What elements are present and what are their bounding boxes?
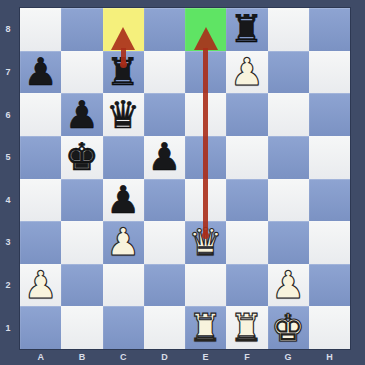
square-c3[interactable]: ♟: [103, 221, 144, 264]
square-f5[interactable]: [226, 136, 267, 179]
square-e2[interactable]: [185, 264, 226, 307]
square-b2[interactable]: [61, 264, 102, 307]
square-e3[interactable]: ♛: [185, 221, 226, 264]
rank-label-3: 3: [0, 221, 16, 264]
white-king-g1[interactable]: ♚: [271, 307, 305, 349]
square-c2[interactable]: [103, 264, 144, 307]
square-a5[interactable]: [20, 136, 61, 179]
file-label-c: C: [103, 350, 144, 364]
square-b5[interactable]: ♚: [61, 136, 102, 179]
square-e8-green-highlight[interactable]: [185, 8, 226, 51]
square-e6[interactable]: [185, 93, 226, 136]
rank-label-1: 1: [0, 306, 16, 349]
file-label-d: D: [144, 350, 185, 364]
black-king-b5[interactable]: ♚: [65, 136, 99, 178]
square-a1[interactable]: [20, 306, 61, 349]
square-b7[interactable]: [61, 51, 102, 94]
square-h2[interactable]: [309, 264, 350, 307]
square-a6[interactable]: [20, 93, 61, 136]
square-g7[interactable]: [268, 51, 309, 94]
square-c6[interactable]: ♛: [103, 93, 144, 136]
square-f1[interactable]: ♜: [226, 306, 267, 349]
square-f3[interactable]: [226, 221, 267, 264]
black-pawn-b6[interactable]: ♟: [65, 94, 99, 136]
file-label-f: F: [226, 350, 267, 364]
black-pawn-c4[interactable]: ♟: [106, 179, 140, 221]
square-f6[interactable]: [226, 93, 267, 136]
square-g1[interactable]: ♚: [268, 306, 309, 349]
file-label-b: B: [61, 350, 102, 364]
black-pawn-a7[interactable]: ♟: [24, 51, 58, 93]
square-a3[interactable]: [20, 221, 61, 264]
square-g5[interactable]: [268, 136, 309, 179]
square-f8[interactable]: ♜: [226, 8, 267, 51]
black-rook-c7[interactable]: ♜: [106, 51, 140, 93]
square-g6[interactable]: [268, 93, 309, 136]
square-d6[interactable]: [144, 93, 185, 136]
white-rook-f1[interactable]: ♜: [230, 307, 264, 349]
white-pawn-g2[interactable]: ♟: [271, 264, 305, 306]
square-d4[interactable]: [144, 179, 185, 222]
square-a2[interactable]: ♟: [20, 264, 61, 307]
square-f4[interactable]: [226, 179, 267, 222]
rank-label-4: 4: [0, 179, 16, 222]
rank-label-8: 8: [0, 8, 16, 51]
black-rook-f8[interactable]: ♜: [230, 8, 264, 50]
square-f2[interactable]: [226, 264, 267, 307]
square-c1[interactable]: [103, 306, 144, 349]
file-label-h: H: [309, 350, 350, 364]
file-label-a: A: [20, 350, 61, 364]
square-g4[interactable]: [268, 179, 309, 222]
square-g3[interactable]: [268, 221, 309, 264]
rank-label-2: 2: [0, 264, 16, 307]
rank-label-7: 7: [0, 51, 16, 94]
square-c5[interactable]: [103, 136, 144, 179]
square-b1[interactable]: [61, 306, 102, 349]
square-h8[interactable]: [309, 8, 350, 51]
square-f7[interactable]: ♟: [226, 51, 267, 94]
white-pawn-f7[interactable]: ♟: [230, 51, 264, 93]
square-h7[interactable]: [309, 51, 350, 94]
white-queen-e3[interactable]: ♛: [189, 221, 223, 263]
square-h4[interactable]: [309, 179, 350, 222]
square-d7[interactable]: [144, 51, 185, 94]
file-label-e: E: [185, 350, 226, 364]
chess-board: ♜♟♜♟♟♛♚♟♟♟♛♟♟♜♜♚: [20, 8, 350, 349]
square-a4[interactable]: [20, 179, 61, 222]
square-g2[interactable]: ♟: [268, 264, 309, 307]
square-h5[interactable]: [309, 136, 350, 179]
rank-label-5: 5: [0, 136, 16, 179]
square-c7[interactable]: ♜: [103, 51, 144, 94]
square-a8[interactable]: [20, 8, 61, 51]
square-d5[interactable]: ♟: [144, 136, 185, 179]
square-d8[interactable]: [144, 8, 185, 51]
square-g8[interactable]: [268, 8, 309, 51]
square-d2[interactable]: [144, 264, 185, 307]
square-c8-yellow-highlight[interactable]: [103, 8, 144, 51]
square-h6[interactable]: [309, 93, 350, 136]
square-c4[interactable]: ♟: [103, 179, 144, 222]
square-e7[interactable]: [185, 51, 226, 94]
square-b8[interactable]: [61, 8, 102, 51]
square-b3[interactable]: [61, 221, 102, 264]
black-queen-c6[interactable]: ♛: [106, 94, 140, 136]
white-rook-e1[interactable]: ♜: [189, 307, 223, 349]
square-h3[interactable]: [309, 221, 350, 264]
chess-analysis-screen: ♜♟♜♟♟♛♚♟♟♟♛♟♟♜♜♚ 87654321 ABCDEFGH: [0, 0, 365, 365]
square-e5[interactable]: [185, 136, 226, 179]
square-d3[interactable]: [144, 221, 185, 264]
square-a7[interactable]: ♟: [20, 51, 61, 94]
square-e1[interactable]: ♜: [185, 306, 226, 349]
square-e4[interactable]: [185, 179, 226, 222]
square-d1[interactable]: [144, 306, 185, 349]
black-pawn-d5[interactable]: ♟: [147, 136, 181, 178]
white-pawn-c3[interactable]: ♟: [106, 221, 140, 263]
square-b6[interactable]: ♟: [61, 93, 102, 136]
rank-label-6: 6: [0, 93, 16, 136]
file-label-g: G: [268, 350, 309, 364]
square-b4[interactable]: [61, 179, 102, 222]
white-pawn-a2[interactable]: ♟: [24, 264, 58, 306]
square-h1[interactable]: [309, 306, 350, 349]
